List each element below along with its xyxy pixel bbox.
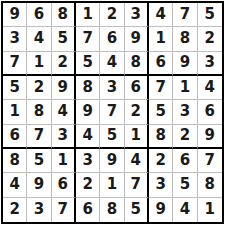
cell-r9c5[interactable]: 8 <box>100 198 124 222</box>
cell-r8c5[interactable]: 1 <box>100 173 124 197</box>
cell-r5c5[interactable]: 7 <box>100 100 124 124</box>
cell-r4c5[interactable]: 3 <box>100 76 124 100</box>
cell-r1c5[interactable]: 2 <box>100 3 124 27</box>
cell-r6c7[interactable]: 8 <box>149 125 173 149</box>
cell-r6c5[interactable]: 5 <box>100 125 124 149</box>
cell-r5c6[interactable]: 2 <box>125 100 149 124</box>
cell-r4c7[interactable]: 7 <box>149 76 173 100</box>
cell-r4c2[interactable]: 2 <box>27 76 51 100</box>
cell-r4c8[interactable]: 1 <box>173 76 197 100</box>
cell-r6c8[interactable]: 2 <box>173 125 197 149</box>
cell-r4c1[interactable]: 5 <box>3 76 27 100</box>
cell-r2c3[interactable]: 5 <box>52 27 76 51</box>
cell-r1c4[interactable]: 1 <box>76 3 100 27</box>
cell-r9c4[interactable]: 6 <box>76 198 100 222</box>
cell-r7c7[interactable]: 2 <box>149 149 173 173</box>
cell-r7c8[interactable]: 6 <box>173 149 197 173</box>
cell-r9c8[interactable]: 4 <box>173 198 197 222</box>
cell-r5c9[interactable]: 6 <box>198 100 222 124</box>
cell-r1c9[interactable]: 5 <box>198 3 222 27</box>
cell-r5c3[interactable]: 4 <box>52 100 76 124</box>
cell-r9c7[interactable]: 9 <box>149 198 173 222</box>
cell-r5c1[interactable]: 1 <box>3 100 27 124</box>
cell-r3c2[interactable]: 1 <box>27 52 51 76</box>
cell-r7c6[interactable]: 4 <box>125 149 149 173</box>
sudoku-board: 9681234753457691827125486935298367141849… <box>1 1 224 224</box>
cell-r8c7[interactable]: 3 <box>149 173 173 197</box>
cell-r3c4[interactable]: 5 <box>76 52 100 76</box>
cell-r5c8[interactable]: 3 <box>173 100 197 124</box>
cell-r1c7[interactable]: 4 <box>149 3 173 27</box>
cell-r5c7[interactable]: 5 <box>149 100 173 124</box>
cell-r9c9[interactable]: 1 <box>198 198 222 222</box>
cell-r3c8[interactable]: 9 <box>173 52 197 76</box>
cell-r1c3[interactable]: 8 <box>52 3 76 27</box>
cell-r1c8[interactable]: 7 <box>173 3 197 27</box>
cell-r9c2[interactable]: 3 <box>27 198 51 222</box>
cell-r2c4[interactable]: 7 <box>76 27 100 51</box>
cell-r9c1[interactable]: 2 <box>3 198 27 222</box>
cell-r6c6[interactable]: 1 <box>125 125 149 149</box>
cell-r4c9[interactable]: 4 <box>198 76 222 100</box>
cell-r2c8[interactable]: 8 <box>173 27 197 51</box>
cell-r8c2[interactable]: 9 <box>27 173 51 197</box>
cell-r5c4[interactable]: 9 <box>76 100 100 124</box>
cell-r9c3[interactable]: 7 <box>52 198 76 222</box>
cell-r8c9[interactable]: 8 <box>198 173 222 197</box>
cell-r7c1[interactable]: 8 <box>3 149 27 173</box>
cell-r7c3[interactable]: 1 <box>52 149 76 173</box>
cell-r3c9[interactable]: 3 <box>198 52 222 76</box>
cell-r4c4[interactable]: 8 <box>76 76 100 100</box>
cell-r9c6[interactable]: 5 <box>125 198 149 222</box>
cell-r6c4[interactable]: 4 <box>76 125 100 149</box>
cell-r3c6[interactable]: 8 <box>125 52 149 76</box>
cell-r7c4[interactable]: 3 <box>76 149 100 173</box>
cell-r2c2[interactable]: 4 <box>27 27 51 51</box>
cell-r2c5[interactable]: 6 <box>100 27 124 51</box>
cell-r6c9[interactable]: 9 <box>198 125 222 149</box>
cell-r1c1[interactable]: 9 <box>3 3 27 27</box>
cell-r8c8[interactable]: 5 <box>173 173 197 197</box>
cell-r2c9[interactable]: 2 <box>198 27 222 51</box>
cell-r2c6[interactable]: 9 <box>125 27 149 51</box>
cell-r3c5[interactable]: 4 <box>100 52 124 76</box>
cell-r8c4[interactable]: 2 <box>76 173 100 197</box>
cell-r7c5[interactable]: 9 <box>100 149 124 173</box>
cell-r4c6[interactable]: 6 <box>125 76 149 100</box>
cell-r5c2[interactable]: 8 <box>27 100 51 124</box>
cell-r3c7[interactable]: 6 <box>149 52 173 76</box>
cell-r8c6[interactable]: 7 <box>125 173 149 197</box>
cell-r6c2[interactable]: 7 <box>27 125 51 149</box>
cell-r1c6[interactable]: 3 <box>125 3 149 27</box>
cell-r8c3[interactable]: 6 <box>52 173 76 197</box>
cell-r2c7[interactable]: 1 <box>149 27 173 51</box>
cell-r2c1[interactable]: 3 <box>3 27 27 51</box>
cell-r3c3[interactable]: 2 <box>52 52 76 76</box>
cell-r7c2[interactable]: 5 <box>27 149 51 173</box>
cell-r7c9[interactable]: 7 <box>198 149 222 173</box>
cell-r4c3[interactable]: 9 <box>52 76 76 100</box>
cell-r6c3[interactable]: 3 <box>52 125 76 149</box>
cell-r1c2[interactable]: 6 <box>27 3 51 27</box>
cell-r3c1[interactable]: 7 <box>3 52 27 76</box>
cell-r8c1[interactable]: 4 <box>3 173 27 197</box>
cell-r6c1[interactable]: 6 <box>3 125 27 149</box>
